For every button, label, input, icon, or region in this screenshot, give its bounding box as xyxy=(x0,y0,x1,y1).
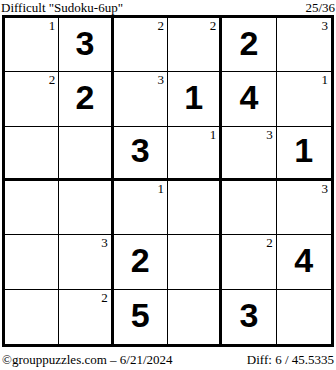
cell-r3c5[interactable]: 3 xyxy=(222,127,276,181)
cell-r6c5[interactable]: 3 xyxy=(222,290,276,344)
given-digit: 4 xyxy=(240,80,259,114)
corner-clue: 3 xyxy=(321,19,328,32)
cell-r4c4[interactable] xyxy=(168,181,222,235)
cell-r5c5[interactable]: 2 xyxy=(222,235,276,289)
puzzle-page: Difficult "Sudoku-6up" 25/36 13222322314… xyxy=(0,0,336,370)
given-digit: 2 xyxy=(76,80,95,114)
cell-r4c3[interactable]: 1 xyxy=(114,181,168,235)
cell-r4c5[interactable] xyxy=(222,181,276,235)
sudoku-grid: 1322232231413131133224253 xyxy=(2,15,334,347)
cell-r5c1[interactable] xyxy=(5,235,59,289)
clue-counter: 25/36 xyxy=(305,1,335,14)
cell-r5c3[interactable]: 2 xyxy=(114,235,168,289)
cell-r3c2[interactable] xyxy=(59,127,113,181)
corner-clue: 1 xyxy=(210,128,217,141)
cell-r5c2[interactable]: 3 xyxy=(59,235,113,289)
footer-difficulty: Diff: 6 / 45.5335 xyxy=(247,353,334,367)
corner-clue: 2 xyxy=(266,236,273,249)
given-digit: 3 xyxy=(76,26,95,60)
corner-clue: 2 xyxy=(157,19,164,32)
cell-r1c1[interactable]: 1 xyxy=(5,18,59,72)
given-digit: 5 xyxy=(131,298,150,332)
page-title: Difficult "Sudoku-6up" xyxy=(1,1,123,14)
given-digit: 1 xyxy=(184,80,203,114)
cell-r2c5[interactable]: 4 xyxy=(222,72,276,126)
corner-clue: 1 xyxy=(321,73,328,86)
cell-r6c2[interactable]: 2 xyxy=(59,290,113,344)
cell-r2c1[interactable]: 2 xyxy=(5,72,59,126)
cell-r6c1[interactable] xyxy=(5,290,59,344)
corner-clue: 3 xyxy=(157,73,164,86)
cell-r4c2[interactable] xyxy=(59,181,113,235)
given-digit: 3 xyxy=(240,298,259,332)
given-digit: 3 xyxy=(131,133,150,167)
corner-clue: 1 xyxy=(157,182,164,195)
cell-r6c3[interactable]: 5 xyxy=(114,290,168,344)
cell-r1c6[interactable]: 3 xyxy=(277,18,331,72)
corner-clue: 3 xyxy=(321,182,328,195)
cell-r4c6[interactable]: 3 xyxy=(277,181,331,235)
cell-r3c1[interactable] xyxy=(5,127,59,181)
cell-r5c6[interactable]: 4 xyxy=(277,235,331,289)
corner-clue: 2 xyxy=(101,291,108,304)
corner-clue: 3 xyxy=(101,236,108,249)
corner-clue: 1 xyxy=(49,19,56,32)
cell-r1c5[interactable]: 2 xyxy=(222,18,276,72)
cell-r6c4[interactable] xyxy=(168,290,222,344)
cell-r5c4[interactable] xyxy=(168,235,222,289)
cell-r3c6[interactable]: 1 xyxy=(277,127,331,181)
cell-r4c1[interactable] xyxy=(5,181,59,235)
corner-clue: 2 xyxy=(49,73,56,86)
cell-r1c4[interactable]: 2 xyxy=(168,18,222,72)
cell-r2c2[interactable]: 2 xyxy=(59,72,113,126)
given-digit: 2 xyxy=(131,243,150,277)
corner-clue: 2 xyxy=(210,19,217,32)
cell-r2c3[interactable]: 3 xyxy=(114,72,168,126)
cell-r3c4[interactable]: 1 xyxy=(168,127,222,181)
cell-r6c6[interactable] xyxy=(277,290,331,344)
corner-clue: 3 xyxy=(266,128,273,141)
cell-r2c4[interactable]: 1 xyxy=(168,72,222,126)
cell-r1c3[interactable]: 2 xyxy=(114,18,168,72)
cell-r3c3[interactable]: 3 xyxy=(114,127,168,181)
footer-copyright: ©grouppuzzles.com – 6/21/2024 xyxy=(2,353,173,367)
cell-r1c2[interactable]: 3 xyxy=(59,18,113,72)
cell-r2c6[interactable]: 1 xyxy=(277,72,331,126)
given-digit: 2 xyxy=(240,26,259,60)
footer: ©grouppuzzles.com – 6/21/2024 Diff: 6 / … xyxy=(0,347,336,367)
given-digit: 4 xyxy=(294,243,313,277)
given-digit: 1 xyxy=(294,133,313,167)
header: Difficult "Sudoku-6up" 25/36 xyxy=(0,0,336,15)
